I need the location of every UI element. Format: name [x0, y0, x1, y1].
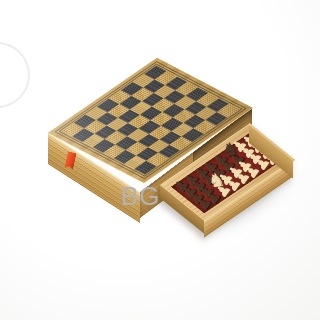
watermark-text: BG — [121, 181, 161, 212]
piece-drawer: ♟♟♟♟♟♞♟♟♟♟♟♟♟♟♟♟♟♟♞♟♟♟♟♟♟♟♟♟♟♟♟♟ — [0, 0, 320, 320]
product-photo-stage: ♟♟♟♟♟♞♟♟♟♟♟♟♟♟♟♟♟♟♞♟♟♟♟♟♟♟♟♟♟♟♟♟ BG — [0, 0, 320, 320]
